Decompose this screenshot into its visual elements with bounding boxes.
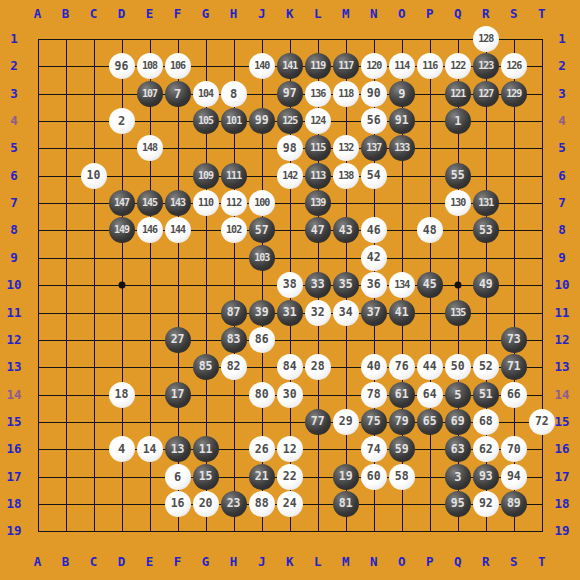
column-label-top: P xyxy=(426,8,434,21)
stone-R18-white[interactable]: 92 xyxy=(473,491,499,517)
stone-S16-white[interactable]: 70 xyxy=(501,436,527,462)
stone-F3-black[interactable]: 7 xyxy=(165,81,191,107)
stone-N14-white[interactable]: 78 xyxy=(361,382,387,408)
column-label-bottom: T xyxy=(538,556,546,569)
stone-F16-black[interactable]: 13 xyxy=(165,436,191,462)
stone-N3-white[interactable]: 90 xyxy=(361,81,387,107)
stone-E8-white[interactable]: 146 xyxy=(137,217,163,243)
stone-O15-black[interactable]: 79 xyxy=(389,409,415,435)
column-label-top: M xyxy=(342,8,350,21)
stone-J8-black[interactable]: 57 xyxy=(249,217,275,243)
stone-P8-white[interactable]: 48 xyxy=(417,217,443,243)
stone-G17-black[interactable]: 15 xyxy=(193,464,219,490)
row-label-right: 19 xyxy=(554,525,569,538)
column-label-bottom: P xyxy=(426,556,434,569)
row-label-left: 17 xyxy=(6,470,21,483)
stone-K18-white[interactable]: 24 xyxy=(277,491,303,517)
row-label-left: 19 xyxy=(6,525,21,538)
stone-G18-white[interactable]: 20 xyxy=(193,491,219,517)
stone-N17-white[interactable]: 60 xyxy=(361,464,387,490)
column-label-bottom: N xyxy=(370,556,378,569)
column-label-top: N xyxy=(370,8,378,21)
stone-G7-white[interactable]: 110 xyxy=(193,190,219,216)
column-label-top: L xyxy=(314,8,322,21)
stone-P13-white[interactable]: 44 xyxy=(417,354,443,380)
column-label-bottom: C xyxy=(90,556,98,569)
stone-R16-white[interactable]: 62 xyxy=(473,436,499,462)
stone-O14-black[interactable]: 61 xyxy=(389,382,415,408)
row-label-left: 6 xyxy=(10,170,18,183)
stone-S14-white[interactable]: 66 xyxy=(501,382,527,408)
stone-M8-black[interactable]: 43 xyxy=(333,217,359,243)
stone-R15-white[interactable]: 68 xyxy=(473,409,499,435)
column-label-top: T xyxy=(538,8,546,21)
stone-L6-black[interactable]: 113 xyxy=(305,163,331,189)
grid-line-vertical xyxy=(542,39,543,532)
stone-O2-white[interactable]: 114 xyxy=(389,53,415,79)
column-label-top: K xyxy=(286,8,294,21)
stone-S12-black[interactable]: 73 xyxy=(501,327,527,353)
column-label-top: D xyxy=(118,8,126,21)
stone-L4-white[interactable]: 124 xyxy=(305,108,331,134)
row-label-right: 7 xyxy=(558,197,566,210)
stone-O16-black[interactable]: 59 xyxy=(389,436,415,462)
stone-L10-black[interactable]: 33 xyxy=(305,272,331,298)
stone-E16-white[interactable]: 14 xyxy=(137,436,163,462)
stone-H7-white[interactable]: 112 xyxy=(221,190,247,216)
stone-F17-white[interactable]: 6 xyxy=(165,464,191,490)
stone-N6-white[interactable]: 54 xyxy=(361,163,387,189)
stone-G3-white[interactable]: 104 xyxy=(193,81,219,107)
column-label-bottom: D xyxy=(118,556,126,569)
column-label-bottom: H xyxy=(230,556,238,569)
stone-K10-white[interactable]: 38 xyxy=(277,272,303,298)
stone-J12-white[interactable]: 86 xyxy=(249,327,275,353)
stone-K14-white[interactable]: 30 xyxy=(277,382,303,408)
column-label-top: S xyxy=(510,8,518,21)
stone-J2-white[interactable]: 140 xyxy=(249,53,275,79)
stone-E3-black[interactable]: 107 xyxy=(137,81,163,107)
row-label-right: 12 xyxy=(554,334,569,347)
row-label-right: 6 xyxy=(558,170,566,183)
stone-K3-black[interactable]: 97 xyxy=(277,81,303,107)
stone-L3-white[interactable]: 136 xyxy=(305,81,331,107)
stone-L15-black[interactable]: 77 xyxy=(305,409,331,435)
stone-S18-black[interactable]: 89 xyxy=(501,491,527,517)
stone-F12-black[interactable]: 27 xyxy=(165,327,191,353)
stone-N2-white[interactable]: 120 xyxy=(361,53,387,79)
stone-J11-black[interactable]: 39 xyxy=(249,300,275,326)
stone-K16-white[interactable]: 12 xyxy=(277,436,303,462)
stone-P10-black[interactable]: 45 xyxy=(417,272,443,298)
stone-D8-black[interactable]: 149 xyxy=(109,217,135,243)
stone-M15-white[interactable]: 29 xyxy=(333,409,359,435)
stone-S17-white[interactable]: 94 xyxy=(501,464,527,490)
stone-M17-black[interactable]: 19 xyxy=(333,464,359,490)
column-label-top: F xyxy=(174,8,182,21)
stone-Q7-white[interactable]: 130 xyxy=(445,190,471,216)
stone-R7-black[interactable]: 131 xyxy=(473,190,499,216)
stone-Q16-black[interactable]: 63 xyxy=(445,436,471,462)
row-label-left: 18 xyxy=(6,498,21,511)
stone-C6-white[interactable]: 10 xyxy=(81,163,107,189)
stone-N13-white[interactable]: 40 xyxy=(361,354,387,380)
stone-O10-white[interactable]: 134 xyxy=(389,272,415,298)
column-label-bottom: G xyxy=(202,556,210,569)
stone-J14-white[interactable]: 80 xyxy=(249,382,275,408)
row-label-left: 2 xyxy=(10,60,18,73)
row-label-right: 13 xyxy=(554,361,569,374)
stone-R17-black[interactable]: 93 xyxy=(473,464,499,490)
stone-N9-white[interactable]: 42 xyxy=(361,245,387,271)
row-label-left: 13 xyxy=(6,361,21,374)
stone-H12-black[interactable]: 83 xyxy=(221,327,247,353)
column-label-top: B xyxy=(62,8,70,21)
stone-Q13-white[interactable]: 50 xyxy=(445,354,471,380)
hoshi-point-D10 xyxy=(118,282,125,289)
row-label-left: 11 xyxy=(6,306,21,319)
stone-J16-white[interactable]: 26 xyxy=(249,436,275,462)
row-label-left: 14 xyxy=(6,388,21,401)
stone-Q2-white[interactable]: 122 xyxy=(445,53,471,79)
row-label-right: 14 xyxy=(554,388,569,401)
column-label-top: C xyxy=(90,8,98,21)
stone-D2-white[interactable]: 96 xyxy=(109,53,135,79)
stone-J4-black[interactable]: 99 xyxy=(249,108,275,134)
stone-Q14-black[interactable]: 5 xyxy=(445,382,471,408)
stone-J18-white[interactable]: 88 xyxy=(249,491,275,517)
stone-R3-black[interactable]: 127 xyxy=(473,81,499,107)
column-label-top: Q xyxy=(454,8,462,21)
stone-E7-black[interactable]: 145 xyxy=(137,190,163,216)
stone-S3-black[interactable]: 129 xyxy=(501,81,527,107)
stone-R8-black[interactable]: 53 xyxy=(473,217,499,243)
stone-M5-white[interactable]: 132 xyxy=(333,135,359,161)
stone-O17-white[interactable]: 58 xyxy=(389,464,415,490)
stone-H3-white[interactable]: 8 xyxy=(221,81,247,107)
stone-R13-white[interactable]: 52 xyxy=(473,354,499,380)
row-label-right: 18 xyxy=(554,498,569,511)
stone-P15-black[interactable]: 65 xyxy=(417,409,443,435)
stone-H11-black[interactable]: 87 xyxy=(221,300,247,326)
row-label-right: 17 xyxy=(554,470,569,483)
row-label-left: 16 xyxy=(6,443,21,456)
go-board[interactable]: AABBCCDDEEFFGGHHJJKKLLMMNNOOPPQQRRSSTT11… xyxy=(0,0,580,580)
stone-M10-black[interactable]: 35 xyxy=(333,272,359,298)
row-label-left: 8 xyxy=(10,224,18,237)
stone-H4-black[interactable]: 101 xyxy=(221,108,247,134)
stone-O13-white[interactable]: 76 xyxy=(389,354,415,380)
stone-Q15-black[interactable]: 69 xyxy=(445,409,471,435)
stone-R10-black[interactable]: 49 xyxy=(473,272,499,298)
stone-N4-white[interactable]: 56 xyxy=(361,108,387,134)
stone-G13-black[interactable]: 85 xyxy=(193,354,219,380)
row-label-right: 9 xyxy=(558,252,566,265)
stone-K17-white[interactable]: 22 xyxy=(277,464,303,490)
row-label-right: 15 xyxy=(554,416,569,429)
column-label-bottom: M xyxy=(342,556,350,569)
column-label-bottom: L xyxy=(314,556,322,569)
stone-D14-white[interactable]: 18 xyxy=(109,382,135,408)
stone-N5-black[interactable]: 137 xyxy=(361,135,387,161)
column-label-bottom: E xyxy=(146,556,154,569)
row-label-right: 5 xyxy=(558,142,566,155)
row-label-right: 4 xyxy=(558,115,566,128)
stone-F14-black[interactable]: 17 xyxy=(165,382,191,408)
column-label-bottom: O xyxy=(398,556,406,569)
stone-K5-white[interactable]: 98 xyxy=(277,135,303,161)
column-label-top: G xyxy=(202,8,210,21)
stone-M3-white[interactable]: 118 xyxy=(333,81,359,107)
row-label-right: 11 xyxy=(554,306,569,319)
row-label-right: 3 xyxy=(558,87,566,100)
stone-L2-black[interactable]: 119 xyxy=(305,53,331,79)
stone-T15-white[interactable]: 72 xyxy=(529,409,555,435)
stone-M6-white[interactable]: 138 xyxy=(333,163,359,189)
row-label-left: 10 xyxy=(6,279,21,292)
row-label-right: 8 xyxy=(558,224,566,237)
stone-N15-black[interactable]: 75 xyxy=(361,409,387,435)
column-label-top: O xyxy=(398,8,406,21)
row-label-left: 5 xyxy=(10,142,18,155)
stone-K11-black[interactable]: 31 xyxy=(277,300,303,326)
stone-J9-black[interactable]: 103 xyxy=(249,245,275,271)
stone-E2-white[interactable]: 108 xyxy=(137,53,163,79)
stone-J7-white[interactable]: 100 xyxy=(249,190,275,216)
stone-M18-black[interactable]: 81 xyxy=(333,491,359,517)
stone-Q4-black[interactable]: 1 xyxy=(445,108,471,134)
stone-S13-black[interactable]: 71 xyxy=(501,354,527,380)
stone-H6-black[interactable]: 111 xyxy=(221,163,247,189)
hoshi-point-Q10 xyxy=(454,282,461,289)
stone-Q3-black[interactable]: 121 xyxy=(445,81,471,107)
stone-F18-white[interactable]: 16 xyxy=(165,491,191,517)
stone-O4-black[interactable]: 91 xyxy=(389,108,415,134)
row-label-right: 1 xyxy=(558,33,566,46)
stone-H13-white[interactable]: 82 xyxy=(221,354,247,380)
stone-L8-black[interactable]: 47 xyxy=(305,217,331,243)
stone-N10-white[interactable]: 36 xyxy=(361,272,387,298)
stone-L5-black[interactable]: 115 xyxy=(305,135,331,161)
stone-P14-white[interactable]: 64 xyxy=(417,382,443,408)
stone-Q18-black[interactable]: 95 xyxy=(445,491,471,517)
row-label-left: 1 xyxy=(10,33,18,46)
row-label-left: 3 xyxy=(10,87,18,100)
stone-D4-white[interactable]: 2 xyxy=(109,108,135,134)
column-label-top: R xyxy=(482,8,490,21)
stone-K2-black[interactable]: 141 xyxy=(277,53,303,79)
stone-F7-black[interactable]: 143 xyxy=(165,190,191,216)
column-label-top: E xyxy=(146,8,154,21)
stone-O5-black[interactable]: 133 xyxy=(389,135,415,161)
stone-G6-black[interactable]: 109 xyxy=(193,163,219,189)
grid-line-horizontal xyxy=(38,531,543,532)
stone-N16-white[interactable]: 74 xyxy=(361,436,387,462)
row-label-right: 10 xyxy=(554,279,569,292)
stone-G16-black[interactable]: 11 xyxy=(193,436,219,462)
column-label-bottom: K xyxy=(286,556,294,569)
column-label-bottom: S xyxy=(510,556,518,569)
column-label-top: H xyxy=(230,8,238,21)
stone-J17-black[interactable]: 21 xyxy=(249,464,275,490)
stone-H18-black[interactable]: 23 xyxy=(221,491,247,517)
stone-K6-white[interactable]: 142 xyxy=(277,163,303,189)
stone-Q11-black[interactable]: 135 xyxy=(445,300,471,326)
stone-R2-black[interactable]: 123 xyxy=(473,53,499,79)
stone-H8-white[interactable]: 102 xyxy=(221,217,247,243)
column-label-bottom: B xyxy=(62,556,70,569)
stone-N11-black[interactable]: 37 xyxy=(361,300,387,326)
column-label-top: A xyxy=(34,8,42,21)
stone-O11-black[interactable]: 41 xyxy=(389,300,415,326)
stone-O3-black[interactable]: 9 xyxy=(389,81,415,107)
row-label-left: 15 xyxy=(6,416,21,429)
stone-K13-white[interactable]: 84 xyxy=(277,354,303,380)
column-label-bottom: J xyxy=(258,556,266,569)
row-label-left: 9 xyxy=(10,252,18,265)
stone-L13-white[interactable]: 28 xyxy=(305,354,331,380)
row-label-left: 12 xyxy=(6,334,21,347)
row-label-right: 2 xyxy=(558,60,566,73)
grid-line-horizontal xyxy=(38,340,543,341)
stone-S2-white[interactable]: 126 xyxy=(501,53,527,79)
stone-F2-white[interactable]: 106 xyxy=(165,53,191,79)
stone-D7-black[interactable]: 147 xyxy=(109,190,135,216)
stone-M11-white[interactable]: 34 xyxy=(333,300,359,326)
column-label-bottom: F xyxy=(174,556,182,569)
stone-P2-white[interactable]: 116 xyxy=(417,53,443,79)
row-label-left: 4 xyxy=(10,115,18,128)
column-label-bottom: A xyxy=(34,556,42,569)
column-label-top: J xyxy=(258,8,266,21)
stone-R1-white[interactable]: 128 xyxy=(473,26,499,52)
stone-G4-black[interactable]: 105 xyxy=(193,108,219,134)
column-label-bottom: R xyxy=(482,556,490,569)
row-label-right: 16 xyxy=(554,443,569,456)
stone-F8-white[interactable]: 144 xyxy=(165,217,191,243)
stone-Q6-black[interactable]: 55 xyxy=(445,163,471,189)
stone-N8-white[interactable]: 46 xyxy=(361,217,387,243)
column-label-bottom: Q xyxy=(454,556,462,569)
stone-D16-white[interactable]: 4 xyxy=(109,436,135,462)
row-label-left: 7 xyxy=(10,197,18,210)
stone-K4-black[interactable]: 125 xyxy=(277,108,303,134)
stone-E5-white[interactable]: 148 xyxy=(137,135,163,161)
stone-L11-white[interactable]: 32 xyxy=(305,300,331,326)
stone-M2-black[interactable]: 117 xyxy=(333,53,359,79)
stone-Q17-black[interactable]: 3 xyxy=(445,464,471,490)
stone-R14-black[interactable]: 51 xyxy=(473,382,499,408)
stone-L7-black[interactable]: 139 xyxy=(305,190,331,216)
